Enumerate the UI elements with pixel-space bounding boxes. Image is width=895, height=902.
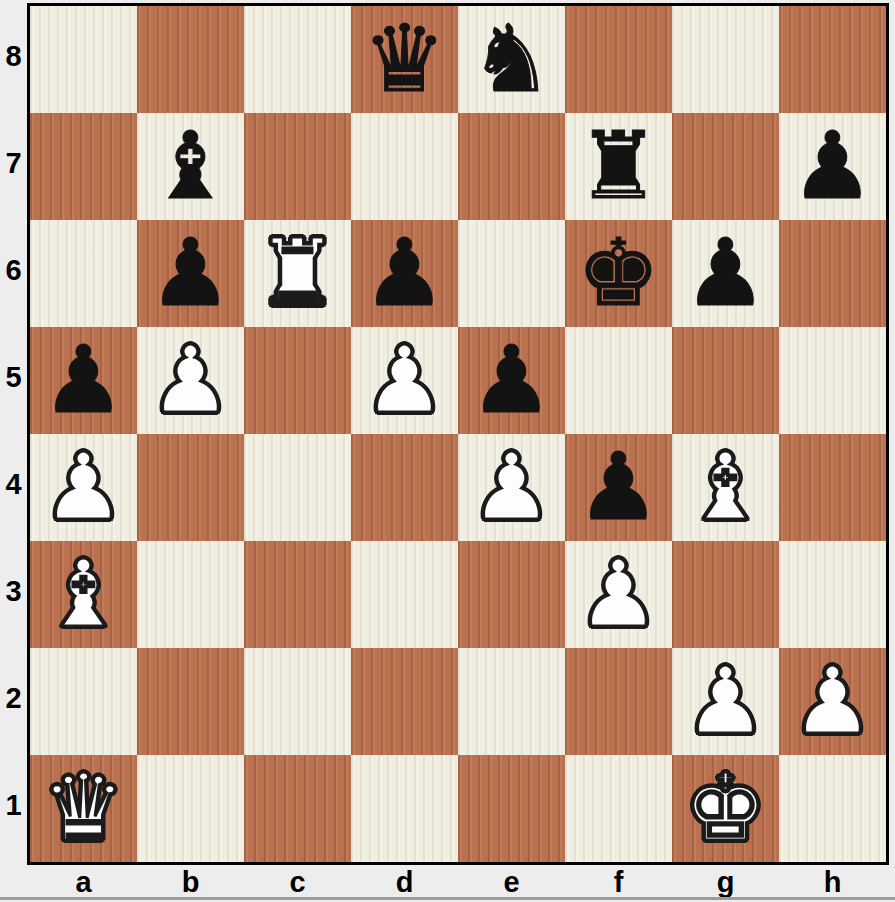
square-e5[interactable]: ♟	[458, 327, 565, 434]
square-e3[interactable]	[458, 541, 565, 648]
piece-white-pawn[interactable]: ♟	[42, 434, 125, 541]
square-b3[interactable]	[137, 541, 244, 648]
piece-black-pawn[interactable]: ♟	[470, 327, 553, 434]
piece-white-pawn[interactable]: ♟	[791, 648, 874, 755]
square-f4[interactable]: ♟	[565, 434, 672, 541]
square-h3[interactable]	[779, 541, 886, 648]
square-b4[interactable]	[137, 434, 244, 541]
chess-board: ♛♞♝♜♟♟♜♟♚♟♟♟♟♟♟♟♟♝♝♟♟♟♛♚	[27, 3, 889, 865]
square-a6[interactable]	[30, 220, 137, 327]
square-a8[interactable]	[30, 6, 137, 113]
square-f7[interactable]: ♜	[565, 113, 672, 220]
square-f1[interactable]	[565, 755, 672, 862]
square-f5[interactable]	[565, 327, 672, 434]
square-b5[interactable]: ♟	[137, 327, 244, 434]
square-e2[interactable]	[458, 648, 565, 755]
piece-black-king[interactable]: ♚	[577, 220, 660, 327]
square-b8[interactable]	[137, 6, 244, 113]
square-c1[interactable]	[244, 755, 351, 862]
bottom-divider	[0, 897, 895, 900]
square-a1[interactable]: ♛	[30, 755, 137, 862]
square-a4[interactable]: ♟	[30, 434, 137, 541]
piece-white-king[interactable]: ♚	[684, 755, 767, 862]
rank-labels: 87654321	[0, 3, 27, 859]
piece-white-queen[interactable]: ♛	[42, 755, 125, 862]
file-labels: abcdefgh	[30, 866, 886, 896]
square-e6[interactable]	[458, 220, 565, 327]
piece-white-pawn[interactable]: ♟	[149, 327, 232, 434]
square-c8[interactable]	[244, 6, 351, 113]
rank-label-7: 7	[0, 110, 27, 217]
rank-label-3: 3	[0, 538, 27, 645]
square-h7[interactable]: ♟	[779, 113, 886, 220]
square-b1[interactable]	[137, 755, 244, 862]
chess-diagram: 87654321 ♛♞♝♜♟♟♜♟♚♟♟♟♟♟♟♟♟♝♝♟♟♟♛♚ abcdef…	[0, 0, 895, 902]
square-g1[interactable]: ♚	[672, 755, 779, 862]
square-a2[interactable]	[30, 648, 137, 755]
square-d6[interactable]: ♟	[351, 220, 458, 327]
rank-label-5: 5	[0, 324, 27, 431]
piece-black-pawn[interactable]: ♟	[577, 434, 660, 541]
square-f8[interactable]	[565, 6, 672, 113]
piece-white-rook[interactable]: ♜	[256, 220, 339, 327]
piece-black-bishop[interactable]: ♝	[149, 113, 232, 220]
square-d4[interactable]	[351, 434, 458, 541]
file-label-d: d	[351, 866, 458, 899]
file-label-g: g	[672, 866, 779, 899]
file-label-a: a	[30, 866, 137, 899]
square-h2[interactable]: ♟	[779, 648, 886, 755]
piece-black-pawn[interactable]: ♟	[149, 220, 232, 327]
piece-white-bishop[interactable]: ♝	[684, 434, 767, 541]
square-g5[interactable]	[672, 327, 779, 434]
piece-black-rook[interactable]: ♜	[577, 113, 660, 220]
square-g3[interactable]	[672, 541, 779, 648]
square-h6[interactable]	[779, 220, 886, 327]
square-e8[interactable]: ♞	[458, 6, 565, 113]
square-h5[interactable]	[779, 327, 886, 434]
square-e1[interactable]	[458, 755, 565, 862]
square-c3[interactable]	[244, 541, 351, 648]
file-label-b: b	[137, 866, 244, 899]
piece-black-queen[interactable]: ♛	[363, 6, 446, 113]
square-c7[interactable]	[244, 113, 351, 220]
square-c4[interactable]	[244, 434, 351, 541]
square-c6[interactable]: ♜	[244, 220, 351, 327]
piece-white-bishop[interactable]: ♝	[42, 541, 125, 648]
piece-black-knight[interactable]: ♞	[470, 6, 553, 113]
square-h4[interactable]	[779, 434, 886, 541]
piece-white-pawn[interactable]: ♟	[470, 434, 553, 541]
rank-label-8: 8	[0, 3, 27, 110]
square-a3[interactable]: ♝	[30, 541, 137, 648]
file-label-c: c	[244, 866, 351, 899]
square-b7[interactable]: ♝	[137, 113, 244, 220]
square-f3[interactable]: ♟	[565, 541, 672, 648]
square-e7[interactable]	[458, 113, 565, 220]
square-g6[interactable]: ♟	[672, 220, 779, 327]
square-e4[interactable]: ♟	[458, 434, 565, 541]
square-d7[interactable]	[351, 113, 458, 220]
square-a7[interactable]	[30, 113, 137, 220]
rank-label-4: 4	[0, 431, 27, 538]
file-label-f: f	[565, 866, 672, 899]
piece-black-pawn[interactable]: ♟	[363, 220, 446, 327]
piece-black-pawn[interactable]: ♟	[42, 327, 125, 434]
square-a5[interactable]: ♟	[30, 327, 137, 434]
square-b2[interactable]	[137, 648, 244, 755]
rank-label-6: 6	[0, 217, 27, 324]
square-d2[interactable]	[351, 648, 458, 755]
square-h8[interactable]	[779, 6, 886, 113]
piece-white-pawn[interactable]: ♟	[684, 648, 767, 755]
square-f6[interactable]: ♚	[565, 220, 672, 327]
square-g8[interactable]	[672, 6, 779, 113]
square-g7[interactable]	[672, 113, 779, 220]
square-g4[interactable]: ♝	[672, 434, 779, 541]
square-f2[interactable]	[565, 648, 672, 755]
square-b6[interactable]: ♟	[137, 220, 244, 327]
piece-white-pawn[interactable]: ♟	[577, 541, 660, 648]
piece-black-pawn[interactable]: ♟	[791, 113, 874, 220]
square-d1[interactable]	[351, 755, 458, 862]
square-d3[interactable]	[351, 541, 458, 648]
file-label-h: h	[779, 866, 886, 899]
square-g2[interactable]: ♟	[672, 648, 779, 755]
square-h1[interactable]	[779, 755, 886, 862]
piece-white-pawn[interactable]: ♟	[363, 327, 446, 434]
piece-black-pawn[interactable]: ♟	[684, 220, 767, 327]
rank-label-2: 2	[0, 645, 27, 752]
rank-label-1: 1	[0, 752, 27, 859]
square-d5[interactable]: ♟	[351, 327, 458, 434]
square-c5[interactable]	[244, 327, 351, 434]
square-c2[interactable]	[244, 648, 351, 755]
file-label-e: e	[458, 866, 565, 899]
square-d8[interactable]: ♛	[351, 6, 458, 113]
